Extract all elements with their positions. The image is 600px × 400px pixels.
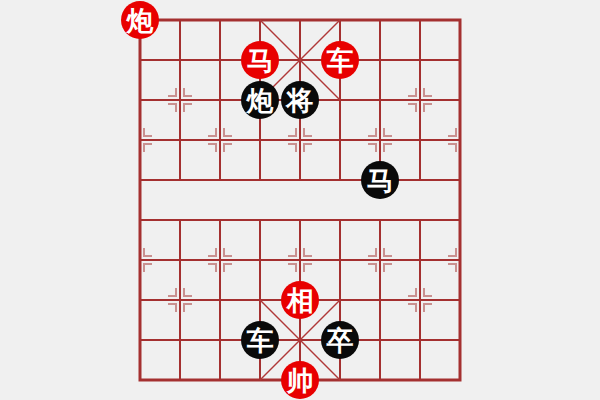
pieces-layer: 炮马车炮将马相车卒帅 xyxy=(0,0,600,400)
piece-black-horse[interactable]: 马 xyxy=(361,161,399,199)
piece-black-cannon[interactable]: 炮 xyxy=(241,81,279,119)
xiangqi-board: 炮马车炮将马相车卒帅 xyxy=(0,0,600,400)
piece-red-general[interactable]: 帅 xyxy=(281,361,319,399)
piece-red-elephant[interactable]: 相 xyxy=(281,281,319,319)
piece-red-cannon[interactable]: 炮 xyxy=(121,1,159,39)
piece-red-horse[interactable]: 马 xyxy=(241,41,279,79)
piece-black-chariot[interactable]: 车 xyxy=(241,321,279,359)
piece-red-chariot[interactable]: 车 xyxy=(321,41,359,79)
piece-black-general[interactable]: 将 xyxy=(281,81,319,119)
piece-black-soldier[interactable]: 卒 xyxy=(321,321,359,359)
